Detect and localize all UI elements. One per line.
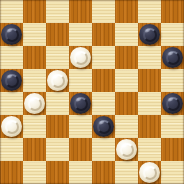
black-man-piece[interactable] xyxy=(162,47,183,68)
square-h4[interactable] xyxy=(161,92,184,115)
white-man-piece[interactable] xyxy=(47,70,68,91)
black-man-piece[interactable] xyxy=(70,93,91,114)
square-d4[interactable] xyxy=(69,92,92,115)
square-c7[interactable] xyxy=(46,23,69,46)
square-a8[interactable] xyxy=(0,0,23,23)
white-man-piece[interactable] xyxy=(1,116,22,137)
square-a4[interactable] xyxy=(0,92,23,115)
square-e7[interactable] xyxy=(92,23,115,46)
square-a2[interactable] xyxy=(0,138,23,161)
square-f6[interactable] xyxy=(115,46,138,69)
square-f8[interactable] xyxy=(115,0,138,23)
square-g7[interactable] xyxy=(138,23,161,46)
square-g1[interactable] xyxy=(138,161,161,184)
black-man-piece[interactable] xyxy=(93,116,114,137)
square-c1[interactable] xyxy=(46,161,69,184)
square-g5[interactable] xyxy=(138,69,161,92)
square-d7[interactable] xyxy=(69,23,92,46)
square-b7[interactable] xyxy=(23,23,46,46)
square-f1[interactable] xyxy=(115,161,138,184)
square-d3[interactable] xyxy=(69,115,92,138)
square-e1[interactable] xyxy=(92,161,115,184)
white-man-piece[interactable] xyxy=(116,139,137,160)
square-g2[interactable] xyxy=(138,138,161,161)
square-e8[interactable] xyxy=(92,0,115,23)
black-man-piece[interactable] xyxy=(139,24,160,45)
square-a7[interactable] xyxy=(0,23,23,46)
square-a1[interactable] xyxy=(0,161,23,184)
square-c5[interactable] xyxy=(46,69,69,92)
square-b4[interactable] xyxy=(23,92,46,115)
white-man-piece[interactable] xyxy=(70,47,91,68)
square-e3[interactable] xyxy=(92,115,115,138)
square-a3[interactable] xyxy=(0,115,23,138)
square-c4[interactable] xyxy=(46,92,69,115)
white-man-piece[interactable] xyxy=(139,162,160,183)
square-d8[interactable] xyxy=(69,0,92,23)
black-man-piece[interactable] xyxy=(162,93,183,114)
square-d6[interactable] xyxy=(69,46,92,69)
square-f5[interactable] xyxy=(115,69,138,92)
square-h1[interactable] xyxy=(161,161,184,184)
square-c8[interactable] xyxy=(46,0,69,23)
square-b2[interactable] xyxy=(23,138,46,161)
square-h2[interactable] xyxy=(161,138,184,161)
square-g8[interactable] xyxy=(138,0,161,23)
square-g6[interactable] xyxy=(138,46,161,69)
white-man-piece[interactable] xyxy=(24,93,45,114)
square-c3[interactable] xyxy=(46,115,69,138)
square-g3[interactable] xyxy=(138,115,161,138)
square-b6[interactable] xyxy=(23,46,46,69)
square-c6[interactable] xyxy=(46,46,69,69)
square-e5[interactable] xyxy=(92,69,115,92)
square-h6[interactable] xyxy=(161,46,184,69)
square-e6[interactable] xyxy=(92,46,115,69)
square-b8[interactable] xyxy=(23,0,46,23)
square-b1[interactable] xyxy=(23,161,46,184)
square-e2[interactable] xyxy=(92,138,115,161)
square-f7[interactable] xyxy=(115,23,138,46)
square-f3[interactable] xyxy=(115,115,138,138)
square-f2[interactable] xyxy=(115,138,138,161)
square-h5[interactable] xyxy=(161,69,184,92)
square-f4[interactable] xyxy=(115,92,138,115)
square-h3[interactable] xyxy=(161,115,184,138)
square-h7[interactable] xyxy=(161,23,184,46)
square-d5[interactable] xyxy=(69,69,92,92)
black-man-piece[interactable] xyxy=(1,24,22,45)
checkers-board-wrap xyxy=(0,0,184,184)
board xyxy=(0,0,184,184)
square-b3[interactable] xyxy=(23,115,46,138)
square-b5[interactable] xyxy=(23,69,46,92)
square-d2[interactable] xyxy=(69,138,92,161)
square-e4[interactable] xyxy=(92,92,115,115)
square-h8[interactable] xyxy=(161,0,184,23)
square-d1[interactable] xyxy=(69,161,92,184)
square-a6[interactable] xyxy=(0,46,23,69)
square-a5[interactable] xyxy=(0,69,23,92)
square-g4[interactable] xyxy=(138,92,161,115)
square-c2[interactable] xyxy=(46,138,69,161)
black-man-piece[interactable] xyxy=(1,70,22,91)
